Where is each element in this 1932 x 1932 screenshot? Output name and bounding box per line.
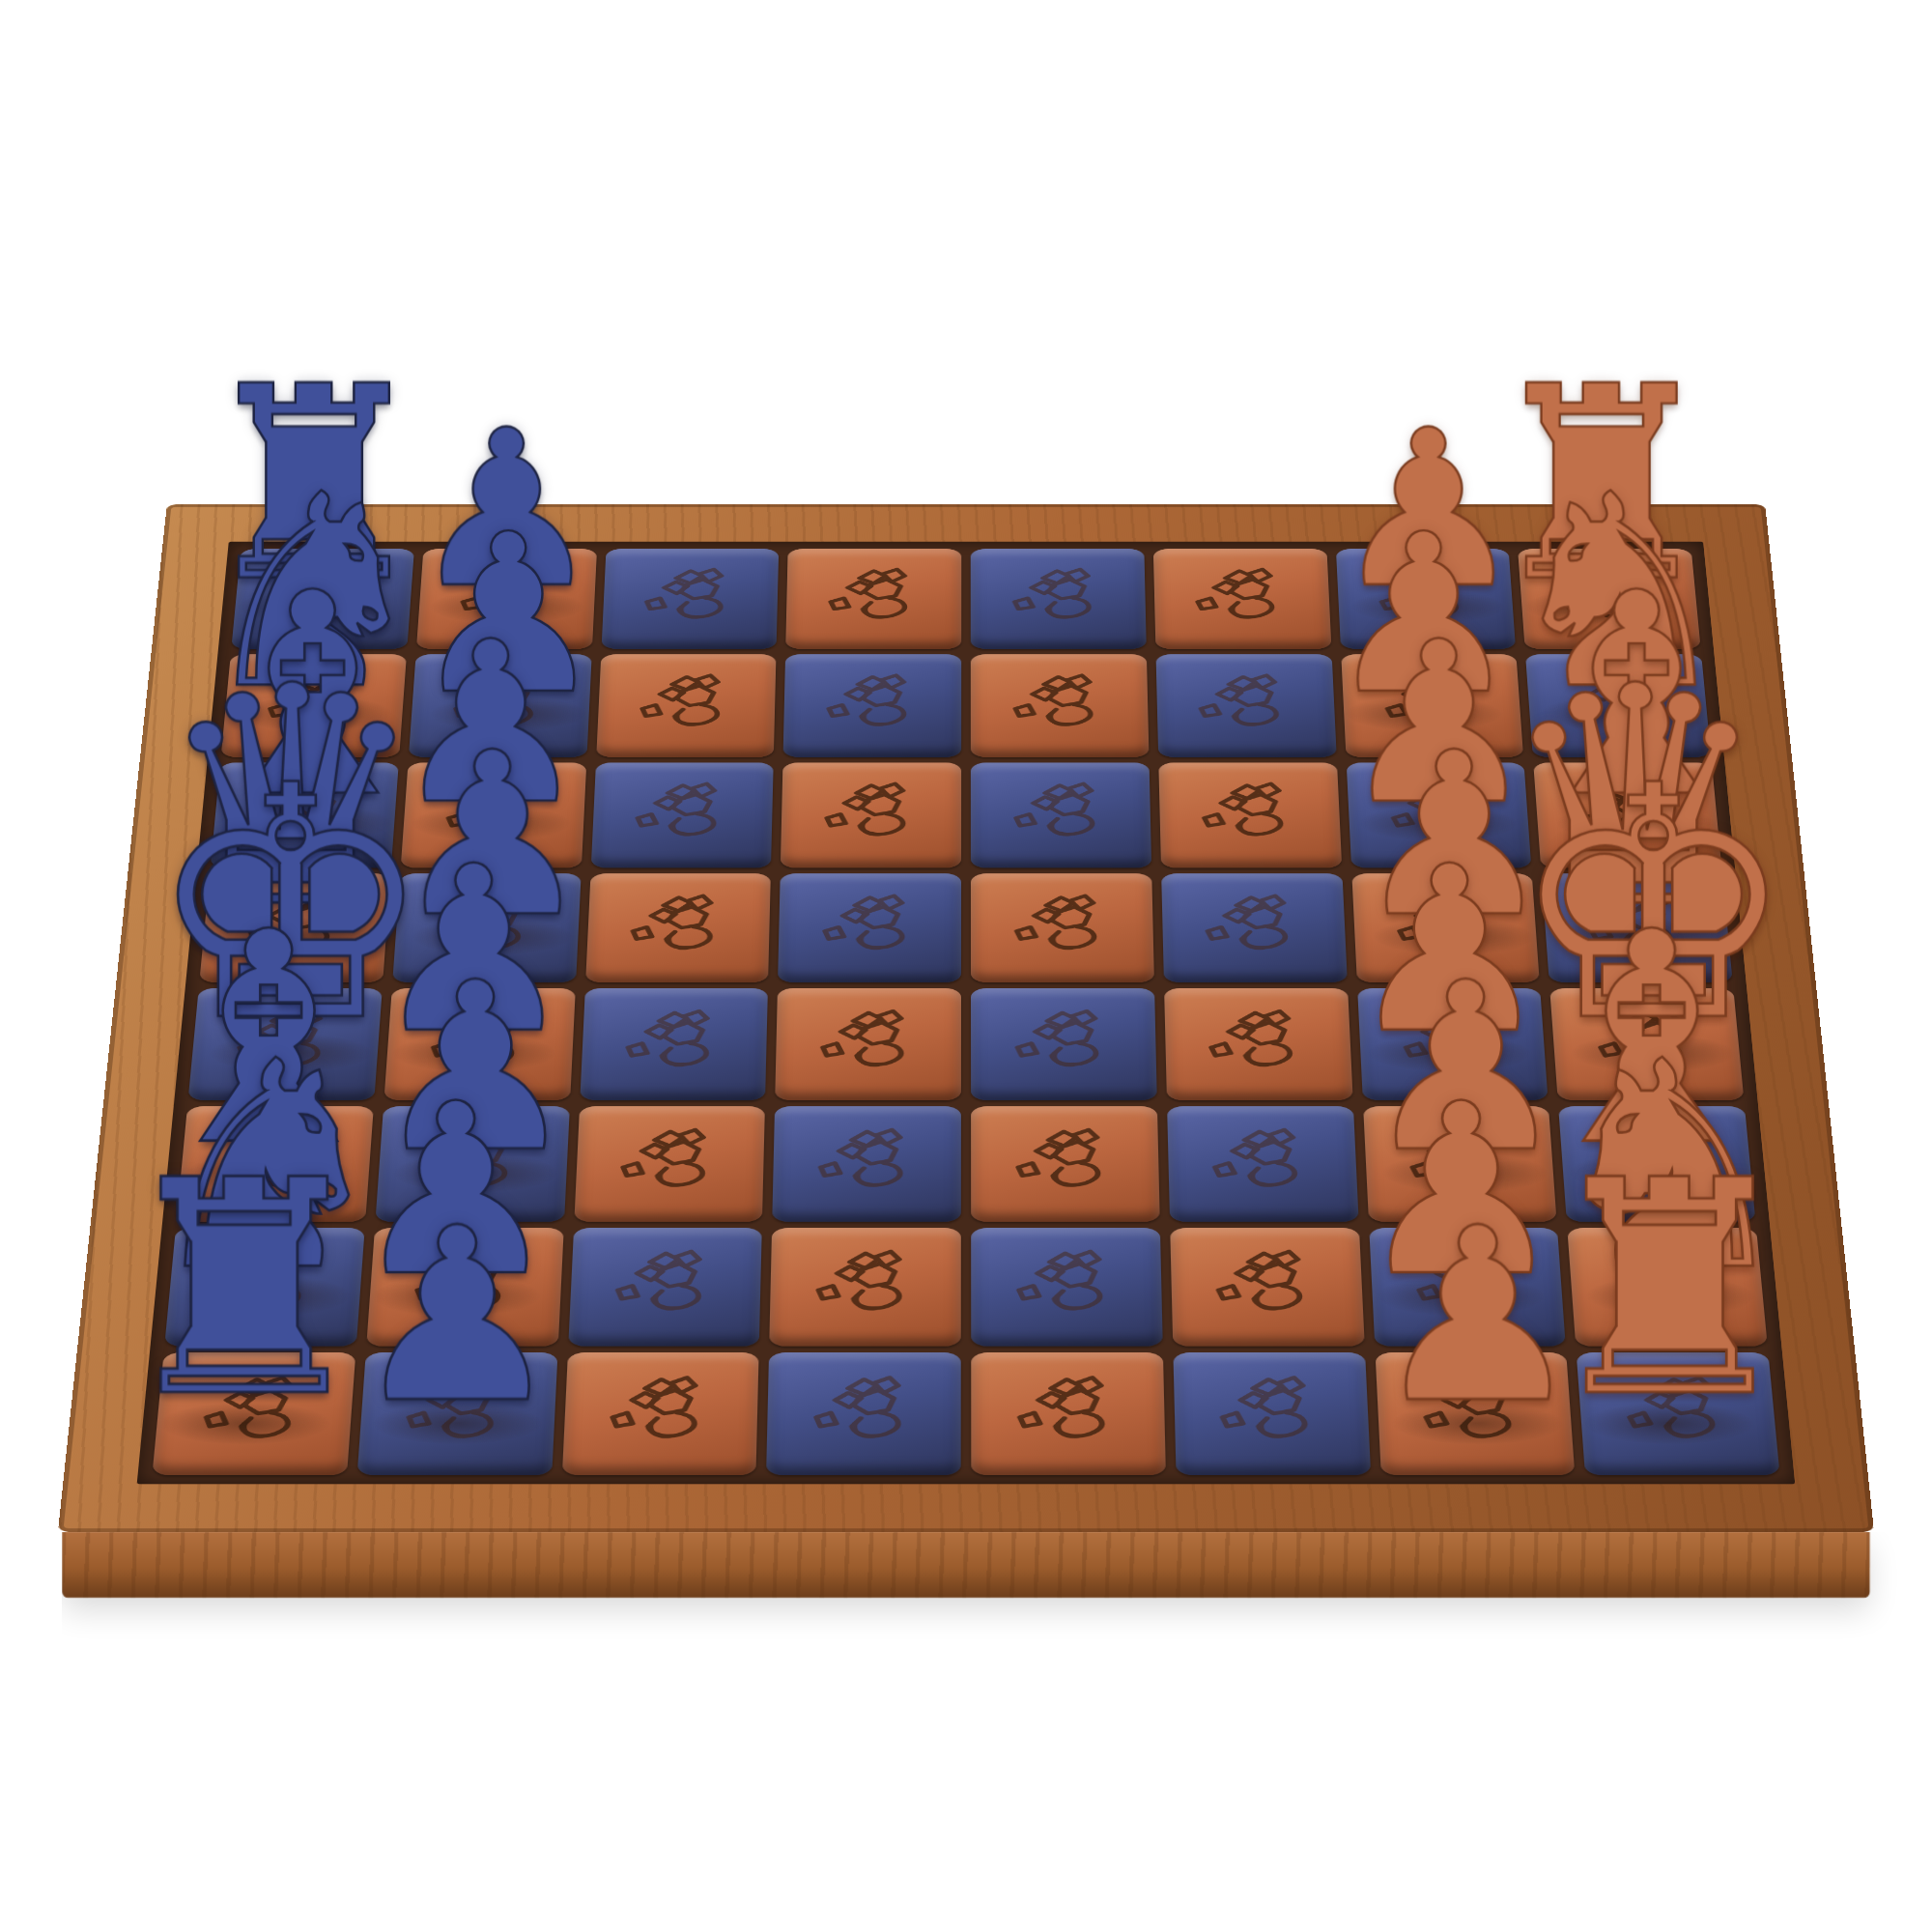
square-a3[interactable]: [1153, 549, 1331, 648]
aztec-motif-icon: [1543, 559, 1678, 633]
aztec-motif-icon: [996, 774, 1129, 852]
square-a1[interactable]: [1518, 549, 1700, 648]
piece-blue-rook-h8[interactable]: ♜: [71, 1149, 417, 1430]
square-a4[interactable]: [971, 549, 1147, 648]
square-b2[interactable]: [1341, 654, 1524, 756]
photo-background: { "scene": { "description": "Handcrafted…: [0, 0, 1932, 1932]
aztec-motif-icon: [1178, 559, 1309, 633]
aztec-motif-icon: [807, 774, 940, 852]
square-a8[interactable]: [231, 549, 413, 648]
square-d5[interactable]: [778, 873, 961, 982]
square-a2[interactable]: [1335, 549, 1516, 648]
chess-board: ♜♞♝♛♚♝♞♜♟♟♟♟♟♟♟♟♟♟♟♟♟♟♟♟♜♞♝♛♚♝♞♜: [58, 504, 1874, 1532]
aztec-motif-icon: [1366, 666, 1501, 742]
rook-glyph: ♜: [111, 1149, 376, 1430]
square-b6[interactable]: [596, 654, 777, 756]
aztec-motif-icon: [1180, 666, 1314, 742]
product-photo-stage: ♜♞♝♛♚♝♞♜♟♟♟♟♟♟♟♟♟♟♟♟♟♟♟♟♜♞♝♛♚♝♞♜: [0, 0, 1932, 1932]
aztec-motif-icon: [1360, 559, 1493, 633]
piece-terracotta-rook-h1[interactable]: ♜: [1496, 1149, 1843, 1430]
aztec-motif-icon: [257, 559, 392, 633]
aztec-motif-icon: [809, 666, 940, 742]
square-c5[interactable]: [781, 762, 961, 867]
rook-glyph: ♜: [1537, 1149, 1802, 1430]
square-d4[interactable]: [971, 873, 1154, 982]
square-b5[interactable]: [783, 654, 961, 756]
square-c4[interactable]: [971, 762, 1151, 867]
aztec-motif-icon: [996, 886, 1131, 966]
aztec-motif-icon: [626, 559, 757, 633]
square-b3[interactable]: [1155, 654, 1336, 756]
square-a7[interactable]: [416, 549, 597, 648]
aztec-motif-icon: [441, 559, 575, 633]
aztec-motif-icon: [995, 666, 1126, 742]
aztec-motif-icon: [804, 886, 939, 966]
square-b4[interactable]: [971, 654, 1149, 756]
square-b7[interactable]: [409, 654, 592, 756]
square-a5[interactable]: [785, 549, 961, 648]
square-a6[interactable]: [601, 549, 779, 648]
aztec-motif-icon: [995, 559, 1125, 633]
aztec-motif-icon: [435, 666, 570, 742]
board-frame-front-face: [62, 1532, 1870, 1598]
aztec-motif-icon: [621, 666, 754, 742]
aztec-motif-icon: [810, 559, 940, 633]
